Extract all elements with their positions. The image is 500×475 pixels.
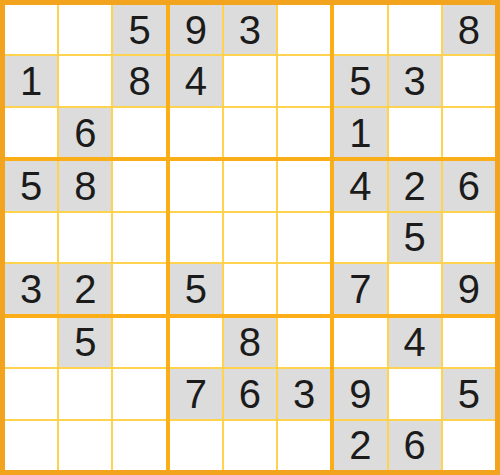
cell-r7c1-empty[interactable]: [5, 318, 57, 367]
cell-r7c8-given[interactable]: 4: [389, 318, 441, 367]
cell-r2c8-given[interactable]: 3: [389, 56, 441, 105]
cell-r1c5-given[interactable]: 3: [224, 5, 276, 54]
cell-r3c2-given[interactable]: 6: [59, 108, 111, 157]
cell-r7c5-given[interactable]: 8: [224, 318, 276, 367]
cell-r3c4-empty[interactable]: [170, 108, 222, 157]
cell-r3c9-empty[interactable]: [443, 108, 495, 157]
cell-r3c1-empty[interactable]: [5, 108, 57, 157]
cell-r7c7-empty[interactable]: [334, 318, 386, 367]
cell-r4c2-given[interactable]: 8: [59, 161, 111, 210]
cell-r2c4-given[interactable]: 4: [170, 56, 222, 105]
sudoku-box-5: 5: [170, 161, 331, 313]
sudoku-board: 51869348531583254265795876349526: [0, 0, 500, 475]
cell-r7c4-empty[interactable]: [170, 318, 222, 367]
cell-r5c6-empty[interactable]: [278, 213, 330, 262]
cell-r1c4-given[interactable]: 9: [170, 5, 222, 54]
cell-r3c6-empty[interactable]: [278, 108, 330, 157]
cell-r8c2-empty[interactable]: [59, 369, 111, 418]
cell-r5c2-empty[interactable]: [59, 213, 111, 262]
cell-r9c7-given[interactable]: 2: [334, 421, 386, 470]
cell-r5c3-empty[interactable]: [113, 213, 165, 262]
cell-r2c7-given[interactable]: 5: [334, 56, 386, 105]
cell-r2c3-given[interactable]: 8: [113, 56, 165, 105]
cell-r6c2-given[interactable]: 2: [59, 264, 111, 313]
cell-r8c3-empty[interactable]: [113, 369, 165, 418]
cell-r6c8-empty[interactable]: [389, 264, 441, 313]
cell-r9c8-given[interactable]: 6: [389, 421, 441, 470]
cell-r9c5-empty[interactable]: [224, 421, 276, 470]
cell-r5c7-empty[interactable]: [334, 213, 386, 262]
cell-r2c5-empty[interactable]: [224, 56, 276, 105]
cell-r6c9-given[interactable]: 9: [443, 264, 495, 313]
cell-r6c3-empty[interactable]: [113, 264, 165, 313]
cell-r3c3-empty[interactable]: [113, 108, 165, 157]
sudoku-box-1: 5186: [5, 5, 166, 157]
cell-r5c4-empty[interactable]: [170, 213, 222, 262]
cell-r3c5-empty[interactable]: [224, 108, 276, 157]
cell-r5c1-empty[interactable]: [5, 213, 57, 262]
sudoku-box-7: 5: [5, 318, 166, 470]
cell-r2c2-empty[interactable]: [59, 56, 111, 105]
cell-r6c5-empty[interactable]: [224, 264, 276, 313]
cell-r8c5-given[interactable]: 6: [224, 369, 276, 418]
cell-r8c7-given[interactable]: 9: [334, 369, 386, 418]
cell-r8c6-given[interactable]: 3: [278, 369, 330, 418]
cell-r2c6-empty[interactable]: [278, 56, 330, 105]
cell-r1c3-given[interactable]: 5: [113, 5, 165, 54]
cell-r6c4-given[interactable]: 5: [170, 264, 222, 313]
cell-r1c6-empty[interactable]: [278, 5, 330, 54]
cell-r5c5-empty[interactable]: [224, 213, 276, 262]
sudoku-box-6: 426579: [334, 161, 495, 313]
cell-r1c9-given[interactable]: 8: [443, 5, 495, 54]
cell-r5c9-empty[interactable]: [443, 213, 495, 262]
cell-r6c6-empty[interactable]: [278, 264, 330, 313]
cell-r8c1-empty[interactable]: [5, 369, 57, 418]
cell-r4c6-empty[interactable]: [278, 161, 330, 210]
cell-r4c1-given[interactable]: 5: [5, 161, 57, 210]
cell-r6c1-given[interactable]: 3: [5, 264, 57, 313]
cell-r9c2-empty[interactable]: [59, 421, 111, 470]
cell-r7c9-empty[interactable]: [443, 318, 495, 367]
cell-r9c1-empty[interactable]: [5, 421, 57, 470]
sudoku-box-4: 5832: [5, 161, 166, 313]
sudoku-box-3: 8531: [334, 5, 495, 157]
cell-r5c8-given[interactable]: 5: [389, 213, 441, 262]
cell-r3c8-empty[interactable]: [389, 108, 441, 157]
cell-r8c8-empty[interactable]: [389, 369, 441, 418]
sudoku-box-9: 49526: [334, 318, 495, 470]
cell-r9c6-empty[interactable]: [278, 421, 330, 470]
cell-r7c3-empty[interactable]: [113, 318, 165, 367]
sudoku-box-2: 934: [170, 5, 331, 157]
cell-r7c2-given[interactable]: 5: [59, 318, 111, 367]
sudoku-box-8: 8763: [170, 318, 331, 470]
cell-r2c9-empty[interactable]: [443, 56, 495, 105]
cell-r2c1-given[interactable]: 1: [5, 56, 57, 105]
cell-r3c7-given[interactable]: 1: [334, 108, 386, 157]
cell-r9c9-empty[interactable]: [443, 421, 495, 470]
cell-r4c9-given[interactable]: 6: [443, 161, 495, 210]
cell-r4c4-empty[interactable]: [170, 161, 222, 210]
cell-r4c7-given[interactable]: 4: [334, 161, 386, 210]
cell-r9c4-empty[interactable]: [170, 421, 222, 470]
cell-r6c7-given[interactable]: 7: [334, 264, 386, 313]
cell-r1c7-empty[interactable]: [334, 5, 386, 54]
cell-r9c3-empty[interactable]: [113, 421, 165, 470]
cell-r4c3-empty[interactable]: [113, 161, 165, 210]
cell-r8c9-given[interactable]: 5: [443, 369, 495, 418]
cell-r7c6-empty[interactable]: [278, 318, 330, 367]
cell-r4c5-empty[interactable]: [224, 161, 276, 210]
cell-r1c8-empty[interactable]: [389, 5, 441, 54]
cell-r1c2-empty[interactable]: [59, 5, 111, 54]
cell-r1c1-empty[interactable]: [5, 5, 57, 54]
cell-r8c4-given[interactable]: 7: [170, 369, 222, 418]
cell-r4c8-given[interactable]: 2: [389, 161, 441, 210]
